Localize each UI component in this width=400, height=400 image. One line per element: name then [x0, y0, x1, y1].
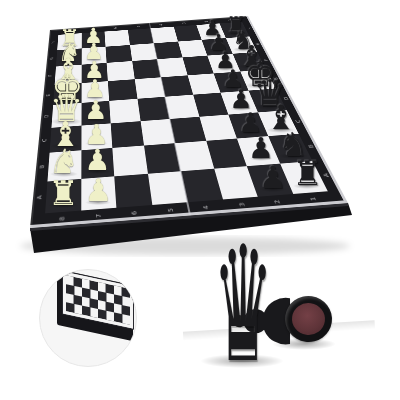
coordinate-label: 7 — [96, 213, 103, 217]
coordinate-label: 4 — [203, 205, 210, 209]
coordinate-label: 3 — [238, 202, 246, 206]
board-square — [55, 65, 82, 85]
product-photo: HGFEDCBAHGFEDCBA8765432187654321 ♜♞♝♛♚♝♞… — [0, 0, 400, 400]
coordinate-label: 7 — [91, 29, 95, 31]
coordinate-label: 2 — [204, 21, 209, 23]
board-square — [81, 123, 112, 150]
board-square — [51, 103, 81, 128]
coordinate-label: D — [44, 115, 49, 118]
board-square — [81, 81, 109, 103]
coordinate-label: E — [273, 77, 279, 80]
coordinate-label: 5 — [136, 25, 140, 27]
board-square — [81, 46, 106, 64]
coordinate-label: B — [307, 145, 314, 149]
coordinate-label: A — [36, 195, 43, 199]
coordinate-label: F — [263, 59, 268, 61]
board-square — [114, 173, 152, 207]
coordinate-label: C — [294, 119, 301, 122]
coordinate-label: 3 — [182, 22, 187, 24]
board-square — [225, 36, 257, 54]
coordinate-label: F — [48, 75, 53, 77]
coordinate-label: E — [46, 94, 51, 97]
coordinate-label: G — [50, 57, 55, 60]
board-square — [56, 48, 81, 66]
board-square — [81, 101, 111, 125]
coordinate-label: H — [247, 27, 252, 29]
coordinate-label: A — [322, 173, 330, 177]
coordinate-label: C — [42, 138, 48, 142]
board-square — [81, 63, 108, 83]
board-square — [50, 125, 82, 152]
board-square — [81, 148, 114, 179]
coordinate-label: 4 — [159, 24, 163, 26]
board-square — [108, 79, 137, 101]
coordinate-label: H — [51, 41, 55, 43]
board-square — [81, 176, 117, 211]
coordinate-label: 5 — [167, 207, 174, 211]
board-square — [111, 121, 144, 148]
coordinate-label: G — [255, 42, 260, 44]
coordinate-label: 1 — [309, 196, 317, 200]
coordinate-label: D — [283, 97, 290, 100]
coordinate-label: 6 — [131, 210, 138, 214]
board-square — [47, 150, 81, 181]
coordinate-label: 8 — [59, 216, 66, 220]
board-square — [53, 83, 81, 105]
coordinate-label: 1 — [227, 19, 232, 21]
board-square — [107, 61, 135, 81]
coordinate-label: B — [39, 165, 45, 169]
coordinate-label: 6 — [114, 27, 118, 29]
board-square — [109, 99, 140, 123]
board-square — [45, 179, 81, 214]
coordinate-label: 2 — [274, 199, 282, 203]
folded-board-inset — [39, 269, 137, 367]
board-square — [112, 146, 147, 176]
coordinate-label: 8 — [68, 30, 72, 32]
board-square — [106, 45, 132, 63]
